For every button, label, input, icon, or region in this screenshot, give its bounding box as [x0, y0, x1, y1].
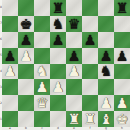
square-g3[interactable] [98, 79, 114, 95]
white-rook-icon: ♜ [68, 112, 81, 126]
black-queen-icon: ♛ [68, 16, 81, 30]
square-b7[interactable]: ♚ [18, 16, 34, 32]
square-e8[interactable] [66, 0, 82, 16]
square-h3[interactable] [114, 79, 130, 95]
file-label: h [114, 127, 130, 130]
square-b6[interactable]: ♟ [18, 32, 34, 48]
black-knight-icon: ♞ [52, 16, 65, 30]
square-g8[interactable] [98, 0, 114, 16]
square-c2[interactable]: ♛ [34, 95, 50, 111]
file-label: f [82, 127, 98, 130]
square-d2[interactable] [50, 95, 66, 111]
black-pawn-icon: ♟ [68, 48, 81, 62]
square-h4[interactable] [114, 64, 130, 80]
square-a2[interactable] [2, 95, 18, 111]
square-d5[interactable] [50, 48, 66, 64]
square-c6[interactable] [34, 32, 50, 48]
file-label: g [98, 127, 114, 130]
square-f6[interactable]: ♟ [82, 32, 98, 48]
square-e6[interactable] [66, 32, 82, 48]
black-pawn-icon: ♟ [20, 32, 33, 46]
square-e2[interactable] [66, 95, 82, 111]
square-d1[interactable] [50, 111, 66, 127]
square-d7[interactable]: ♞ [50, 16, 66, 32]
black-pawn-icon: ♟ [84, 32, 97, 46]
white-pawn-icon: ♟ [100, 96, 113, 110]
square-b1[interactable] [18, 111, 34, 127]
square-d8[interactable]: ♜ [50, 0, 66, 16]
square-b4[interactable] [18, 64, 34, 80]
square-e5[interactable]: ♟ [66, 48, 82, 64]
square-h7[interactable] [114, 16, 130, 32]
white-pawn-icon: ♟ [20, 48, 33, 62]
square-a1[interactable] [2, 111, 18, 127]
square-a8[interactable] [2, 0, 18, 16]
white-king-icon: ♚ [116, 112, 129, 126]
square-h6[interactable] [114, 32, 130, 48]
white-knight-icon: ♞ [36, 64, 49, 78]
square-a5[interactable]: ♟ [2, 48, 18, 64]
square-g6[interactable] [98, 32, 114, 48]
black-king-icon: ♚ [20, 16, 33, 30]
square-g7[interactable] [98, 16, 114, 32]
square-c5[interactable] [34, 48, 50, 64]
square-c1[interactable] [34, 111, 50, 127]
square-a4[interactable]: ♟ [2, 64, 18, 80]
square-e3[interactable] [66, 79, 82, 95]
square-f8[interactable] [82, 0, 98, 16]
white-pawn-icon: ♟ [116, 96, 129, 110]
file-label: a [2, 127, 18, 130]
white-pawn-icon: ♟ [4, 64, 17, 78]
file-label: d [50, 127, 66, 130]
square-f7[interactable] [82, 16, 98, 32]
square-f5[interactable] [82, 48, 98, 64]
white-bishop-icon: ♝ [100, 112, 113, 126]
square-b2[interactable] [18, 95, 34, 111]
black-knight-icon: ♞ [100, 64, 113, 78]
black-pawn-icon: ♟ [52, 32, 65, 46]
square-a7[interactable] [2, 16, 18, 32]
square-e4[interactable]: ♟ [66, 64, 82, 80]
file-label: b [18, 127, 34, 130]
square-c8[interactable] [34, 0, 50, 16]
square-e7[interactable]: ♛ [66, 16, 82, 32]
black-pawn-icon: ♟ [116, 48, 129, 62]
square-d4[interactable] [50, 64, 66, 80]
square-c7[interactable] [34, 16, 50, 32]
square-f3[interactable] [82, 79, 98, 95]
file-labels: abcdefgh [2, 127, 130, 130]
square-d3[interactable]: ♟ [50, 79, 66, 95]
square-g2[interactable]: ♟ [98, 95, 114, 111]
square-b5[interactable]: ♟ [18, 48, 34, 64]
square-h8[interactable]: ♜ [114, 0, 130, 16]
chess-board: ♜♜♚♞♛♟♟♟♟♟♟♟♟♟♞♟♞♟♟♛♟♟♜♜♝♚ [2, 0, 130, 127]
white-rook-icon: ♜ [84, 112, 97, 126]
square-c4[interactable]: ♞ [34, 64, 50, 80]
square-h5[interactable]: ♟ [114, 48, 130, 64]
square-h1[interactable]: ♚ [114, 111, 130, 127]
black-pawn-icon: ♟ [4, 48, 17, 62]
black-rook-icon: ♜ [116, 0, 129, 14]
file-label: c [34, 127, 50, 130]
square-c3[interactable]: ♟ [34, 79, 50, 95]
square-f2[interactable] [82, 95, 98, 111]
white-pawn-icon: ♟ [68, 64, 81, 78]
black-rook-icon: ♜ [52, 0, 65, 14]
square-b8[interactable] [18, 0, 34, 16]
square-h2[interactable]: ♟ [114, 95, 130, 111]
black-pawn-icon: ♟ [100, 48, 113, 62]
square-g1[interactable]: ♝ [98, 111, 114, 127]
square-e1[interactable]: ♜ [66, 111, 82, 127]
white-pawn-icon: ♟ [36, 80, 49, 94]
chess-diagram: 87654321 ♜♜♚♞♛♟♟♟♟♟♟♟♟♟♞♟♞♟♟♛♟♟♜♜♝♚ abcd… [0, 0, 130, 130]
square-f4[interactable] [82, 64, 98, 80]
white-pawn-icon: ♟ [52, 80, 65, 94]
square-f1[interactable]: ♜ [82, 111, 98, 127]
file-label: e [66, 127, 82, 130]
square-g5[interactable]: ♟ [98, 48, 114, 64]
square-a6[interactable] [2, 32, 18, 48]
square-d6[interactable]: ♟ [50, 32, 66, 48]
square-a3[interactable] [2, 79, 18, 95]
square-b3[interactable] [18, 79, 34, 95]
white-queen-icon: ♛ [36, 96, 49, 110]
square-g4[interactable]: ♞ [98, 64, 114, 80]
